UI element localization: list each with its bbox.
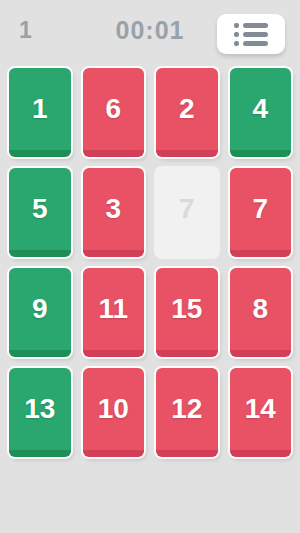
tile-number: 9 xyxy=(32,293,48,325)
tile-number: 5 xyxy=(32,193,48,225)
tile-3[interactable]: 3 xyxy=(83,168,145,257)
tile-number: 3 xyxy=(105,193,121,225)
tile-11[interactable]: 11 xyxy=(83,268,145,357)
tile-2[interactable]: 2 xyxy=(156,68,218,157)
tile-number: 13 xyxy=(24,393,55,425)
tile-number: 10 xyxy=(98,393,129,425)
move-counter: 1 xyxy=(19,17,32,44)
puzzle-board: 1624537791115813101214 xyxy=(0,60,300,457)
empty-slot: 7 xyxy=(156,168,218,257)
tile-9[interactable]: 9 xyxy=(9,268,71,357)
tile-10[interactable]: 10 xyxy=(83,368,145,457)
game-screen: 1 00:01 1624537791115813101214 xyxy=(0,0,300,533)
tile-number: 7 xyxy=(252,193,268,225)
tile-number: 15 xyxy=(171,293,202,325)
tile-15[interactable]: 15 xyxy=(156,268,218,357)
tile-4[interactable]: 4 xyxy=(230,68,292,157)
tile-14[interactable]: 14 xyxy=(230,368,292,457)
tile-8[interactable]: 8 xyxy=(230,268,292,357)
tile-number: 1 xyxy=(32,93,48,125)
tile-number: 4 xyxy=(252,93,268,125)
top-bar: 1 00:01 xyxy=(0,0,300,60)
bulleted-list-icon xyxy=(234,23,268,46)
tile-13[interactable]: 13 xyxy=(9,368,71,457)
tile-5[interactable]: 5 xyxy=(9,168,71,257)
tile-number: 6 xyxy=(105,93,121,125)
tile-number: 2 xyxy=(179,93,195,125)
ghost-number: 7 xyxy=(179,193,195,225)
tile-1[interactable]: 1 xyxy=(9,68,71,157)
tile-number: 8 xyxy=(252,293,268,325)
tile-12[interactable]: 12 xyxy=(156,368,218,457)
timer: 00:01 xyxy=(116,16,185,45)
tile-7[interactable]: 7 xyxy=(230,168,292,257)
tile-number: 14 xyxy=(245,393,276,425)
tile-number: 11 xyxy=(98,293,128,325)
tile-6[interactable]: 6 xyxy=(83,68,145,157)
menu-button[interactable] xyxy=(217,14,285,54)
tile-number: 12 xyxy=(171,393,202,425)
